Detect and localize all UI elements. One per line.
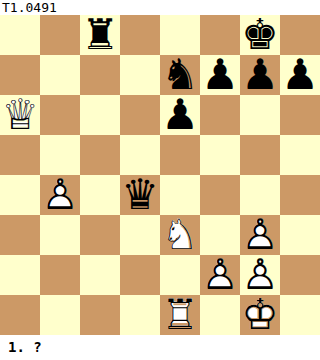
square-g1[interactable]: ♚♔ — [240, 295, 280, 335]
square-c5[interactable] — [80, 135, 120, 175]
square-c4[interactable] — [80, 175, 120, 215]
black-pawn[interactable]: ♟ — [280, 55, 320, 95]
square-b7[interactable] — [40, 55, 80, 95]
white-pawn[interactable]: ♟♙ — [240, 255, 280, 295]
square-c8[interactable]: ♜ — [80, 15, 120, 55]
square-g2[interactable]: ♟♙ — [240, 255, 280, 295]
square-h7[interactable]: ♟ — [280, 55, 320, 95]
square-b4[interactable]: ♟♙ — [40, 175, 80, 215]
square-f2[interactable]: ♟♙ — [200, 255, 240, 295]
white-pawn-outline: ♙ — [200, 255, 240, 295]
square-f1[interactable] — [200, 295, 240, 335]
square-a4[interactable] — [0, 175, 40, 215]
square-d5[interactable] — [120, 135, 160, 175]
square-a3[interactable] — [0, 215, 40, 255]
square-e4[interactable] — [160, 175, 200, 215]
square-g6[interactable] — [240, 95, 280, 135]
white-rook-outline: ♖ — [160, 295, 200, 335]
square-f8[interactable] — [200, 15, 240, 55]
square-g4[interactable] — [240, 175, 280, 215]
white-pawn[interactable]: ♟♙ — [200, 255, 240, 295]
square-b8[interactable] — [40, 15, 80, 55]
square-e8[interactable] — [160, 15, 200, 55]
white-pawn-outline: ♙ — [40, 175, 80, 215]
square-c1[interactable] — [80, 295, 120, 335]
square-e6[interactable]: ♟ — [160, 95, 200, 135]
white-pawn[interactable]: ♟♙ — [40, 175, 80, 215]
black-pawn[interactable]: ♟ — [160, 95, 200, 135]
white-rook[interactable]: ♜♖ — [160, 295, 200, 335]
black-queen[interactable]: ♛ — [120, 175, 160, 215]
white-pawn-outline: ♙ — [240, 215, 280, 255]
chess-puzzle-app: T1.0491 ♜♚♞♟♟♟♛♕♟♟♙♛♞♘♟♙♟♙♟♙♜♖♚♔ 1. ? — [0, 0, 320, 360]
square-a2[interactable] — [0, 255, 40, 295]
square-e7[interactable]: ♞ — [160, 55, 200, 95]
square-d4[interactable]: ♛ — [120, 175, 160, 215]
square-h6[interactable] — [280, 95, 320, 135]
square-h3[interactable] — [280, 215, 320, 255]
square-c6[interactable] — [80, 95, 120, 135]
square-g8[interactable]: ♚ — [240, 15, 280, 55]
white-pawn-outline: ♙ — [240, 255, 280, 295]
square-d1[interactable] — [120, 295, 160, 335]
black-pawn[interactable]: ♟ — [200, 55, 240, 95]
chess-board: ♜♚♞♟♟♟♛♕♟♟♙♛♞♘♟♙♟♙♟♙♜♖♚♔ — [0, 15, 320, 335]
square-c2[interactable] — [80, 255, 120, 295]
square-g5[interactable] — [240, 135, 280, 175]
square-d6[interactable] — [120, 95, 160, 135]
square-d8[interactable] — [120, 15, 160, 55]
black-king[interactable]: ♚ — [240, 15, 280, 55]
square-a6[interactable]: ♛♕ — [0, 95, 40, 135]
square-a5[interactable] — [0, 135, 40, 175]
square-c7[interactable] — [80, 55, 120, 95]
square-f3[interactable] — [200, 215, 240, 255]
square-b3[interactable] — [40, 215, 80, 255]
square-b6[interactable] — [40, 95, 80, 135]
square-f7[interactable]: ♟ — [200, 55, 240, 95]
square-h4[interactable] — [280, 175, 320, 215]
square-a7[interactable] — [0, 55, 40, 95]
square-h8[interactable] — [280, 15, 320, 55]
white-queen-outline: ♕ — [0, 95, 40, 135]
square-e2[interactable] — [160, 255, 200, 295]
black-pawn[interactable]: ♟ — [240, 55, 280, 95]
white-pawn[interactable]: ♟♙ — [240, 215, 280, 255]
square-f6[interactable] — [200, 95, 240, 135]
square-g7[interactable]: ♟ — [240, 55, 280, 95]
square-e3[interactable]: ♞♘ — [160, 215, 200, 255]
square-g3[interactable]: ♟♙ — [240, 215, 280, 255]
square-f5[interactable] — [200, 135, 240, 175]
square-a1[interactable] — [0, 295, 40, 335]
square-b5[interactable] — [40, 135, 80, 175]
square-d2[interactable] — [120, 255, 160, 295]
white-queen[interactable]: ♛♕ — [0, 95, 40, 135]
square-e5[interactable] — [160, 135, 200, 175]
square-a8[interactable] — [0, 15, 40, 55]
black-rook[interactable]: ♜ — [80, 15, 120, 55]
square-h2[interactable] — [280, 255, 320, 295]
square-d7[interactable] — [120, 55, 160, 95]
square-h5[interactable] — [280, 135, 320, 175]
square-e1[interactable]: ♜♖ — [160, 295, 200, 335]
square-b1[interactable] — [40, 295, 80, 335]
square-h1[interactable] — [280, 295, 320, 335]
white-knight-outline: ♘ — [160, 215, 200, 255]
square-f4[interactable] — [200, 175, 240, 215]
square-d3[interactable] — [120, 215, 160, 255]
black-knight[interactable]: ♞ — [160, 55, 200, 95]
white-king-outline: ♔ — [240, 295, 280, 335]
square-b2[interactable] — [40, 255, 80, 295]
white-knight[interactable]: ♞♘ — [160, 215, 200, 255]
square-c3[interactable] — [80, 215, 120, 255]
white-king[interactable]: ♚♔ — [240, 295, 280, 335]
